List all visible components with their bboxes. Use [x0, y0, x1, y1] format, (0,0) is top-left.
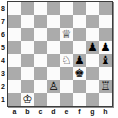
- square-f3[interactable]: ♚: [73, 67, 86, 80]
- rank-label-1: 1: [0, 93, 6, 106]
- square-e8[interactable]: [60, 2, 73, 15]
- square-b1[interactable]: ♔: [21, 93, 34, 106]
- square-d8[interactable]: [47, 2, 60, 15]
- piece-black-bishop[interactable]: ♝: [99, 54, 112, 67]
- chess-diagram: 87654321 ♕♟♟♘♟♝♚♙♖♔ abcdefgh: [0, 0, 118, 118]
- file-label-g: g: [86, 107, 99, 117]
- square-g7[interactable]: [86, 15, 99, 28]
- square-f8[interactable]: [73, 2, 86, 15]
- file-label-h: h: [99, 107, 112, 117]
- square-g8[interactable]: [86, 2, 99, 15]
- rank-label-5: 5: [0, 41, 6, 54]
- square-a7[interactable]: [8, 15, 21, 28]
- square-g5[interactable]: ♟: [86, 41, 99, 54]
- square-d6[interactable]: [47, 28, 60, 41]
- square-d5[interactable]: [47, 41, 60, 54]
- file-label-e: e: [60, 107, 73, 117]
- square-e3[interactable]: [60, 67, 73, 80]
- square-a2[interactable]: [8, 80, 21, 93]
- square-b5[interactable]: [21, 41, 34, 54]
- piece-white-pawn[interactable]: ♙: [47, 80, 60, 93]
- piece-black-pawn[interactable]: ♟: [73, 54, 86, 67]
- square-h6[interactable]: [99, 28, 112, 41]
- square-e5[interactable]: [60, 41, 73, 54]
- rank-label-7: 7: [0, 15, 6, 28]
- square-d2[interactable]: ♙: [47, 80, 60, 93]
- square-h2[interactable]: ♖: [99, 80, 112, 93]
- square-h4[interactable]: ♝: [99, 54, 112, 67]
- square-c8[interactable]: [34, 2, 47, 15]
- piece-white-knight[interactable]: ♘: [60, 54, 73, 67]
- board-frame: ♕♟♟♘♟♝♚♙♖♔: [7, 1, 113, 107]
- square-e2[interactable]: [60, 80, 73, 93]
- square-f6[interactable]: [73, 28, 86, 41]
- square-e6[interactable]: ♕: [60, 28, 73, 41]
- square-e4[interactable]: ♘: [60, 54, 73, 67]
- square-f2[interactable]: [73, 80, 86, 93]
- square-c6[interactable]: [34, 28, 47, 41]
- square-g3[interactable]: [86, 67, 99, 80]
- square-h8[interactable]: [99, 2, 112, 15]
- square-g6[interactable]: [86, 28, 99, 41]
- rank-label-3: 3: [0, 67, 6, 80]
- chess-board: ♕♟♟♘♟♝♚♙♖♔: [8, 2, 112, 106]
- square-b7[interactable]: [21, 15, 34, 28]
- square-a4[interactable]: [8, 54, 21, 67]
- square-h3[interactable]: [99, 67, 112, 80]
- rank-label-4: 4: [0, 54, 6, 67]
- file-labels: abcdefgh: [8, 107, 112, 117]
- square-c7[interactable]: [34, 15, 47, 28]
- square-d4[interactable]: [47, 54, 60, 67]
- square-a5[interactable]: [8, 41, 21, 54]
- square-h7[interactable]: [99, 15, 112, 28]
- rank-label-8: 8: [0, 2, 6, 15]
- file-label-c: c: [34, 107, 47, 117]
- piece-white-queen[interactable]: ♕: [60, 28, 73, 41]
- square-c1[interactable]: [34, 93, 47, 106]
- file-label-b: b: [21, 107, 34, 117]
- rank-labels: 87654321: [0, 2, 7, 106]
- square-c5[interactable]: [34, 41, 47, 54]
- piece-black-pawn[interactable]: ♟: [86, 41, 99, 54]
- square-g2[interactable]: [86, 80, 99, 93]
- square-b2[interactable]: [21, 80, 34, 93]
- square-a3[interactable]: [8, 67, 21, 80]
- square-f7[interactable]: [73, 15, 86, 28]
- file-label-f: f: [73, 107, 86, 117]
- square-g4[interactable]: [86, 54, 99, 67]
- square-h1[interactable]: [99, 93, 112, 106]
- file-label-d: d: [47, 107, 60, 117]
- square-f5[interactable]: [73, 41, 86, 54]
- square-b3[interactable]: [21, 67, 34, 80]
- square-b6[interactable]: [21, 28, 34, 41]
- square-a8[interactable]: [8, 2, 21, 15]
- file-label-a: a: [8, 107, 21, 117]
- square-f1[interactable]: [73, 93, 86, 106]
- square-e7[interactable]: [60, 15, 73, 28]
- square-b4[interactable]: [21, 54, 34, 67]
- piece-black-king[interactable]: ♚: [73, 67, 86, 80]
- square-d7[interactable]: [47, 15, 60, 28]
- piece-black-pawn[interactable]: ♟: [99, 41, 112, 54]
- square-c2[interactable]: [34, 80, 47, 93]
- square-c3[interactable]: [34, 67, 47, 80]
- square-e1[interactable]: [60, 93, 73, 106]
- rank-label-6: 6: [0, 28, 6, 41]
- square-a1[interactable]: [8, 93, 21, 106]
- square-g1[interactable]: [86, 93, 99, 106]
- piece-white-king[interactable]: ♔: [21, 93, 34, 106]
- square-c4[interactable]: [34, 54, 47, 67]
- rank-label-2: 2: [0, 80, 6, 93]
- square-f4[interactable]: ♟: [73, 54, 86, 67]
- square-h5[interactable]: ♟: [99, 41, 112, 54]
- square-d3[interactable]: [47, 67, 60, 80]
- square-b8[interactable]: [21, 2, 34, 15]
- square-d1[interactable]: [47, 93, 60, 106]
- square-a6[interactable]: [8, 28, 21, 41]
- piece-white-rook[interactable]: ♖: [99, 80, 112, 93]
